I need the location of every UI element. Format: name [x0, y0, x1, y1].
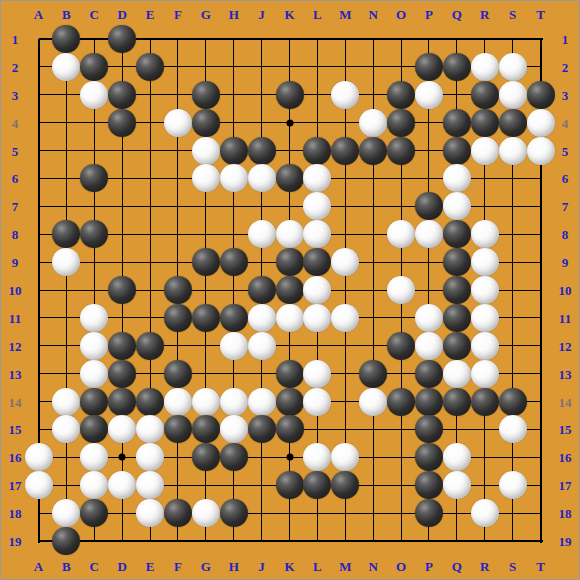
black-stone-D4 [108, 109, 136, 137]
black-stone-F10 [164, 276, 192, 304]
row-label-left-6: 6 [12, 172, 19, 185]
white-stone-G6 [192, 164, 220, 192]
black-stone-E12 [136, 332, 164, 360]
white-stone-H6 [220, 164, 248, 192]
black-stone-G16 [192, 443, 220, 471]
black-stone-D13 [108, 360, 136, 388]
white-stone-S3 [499, 81, 527, 109]
white-stone-D17 [108, 471, 136, 499]
row-label-left-4: 4 [12, 116, 19, 129]
row-label-left-13: 13 [9, 367, 22, 380]
white-stone-C16 [80, 443, 108, 471]
row-label-left-9: 9 [12, 256, 19, 269]
white-stone-B18 [52, 499, 80, 527]
white-stone-G18 [192, 499, 220, 527]
black-stone-K9 [276, 248, 304, 276]
col-label-top-D: D [117, 8, 126, 21]
black-stone-S14 [499, 388, 527, 416]
row-label-left-12: 12 [9, 339, 22, 352]
black-stone-O3 [387, 81, 415, 109]
white-stone-L8 [303, 220, 331, 248]
black-stone-B8 [52, 220, 80, 248]
white-stone-J8 [248, 220, 276, 248]
col-label-top-M: M [339, 8, 351, 21]
col-label-top-T: T [536, 8, 545, 21]
col-label-top-C: C [90, 8, 99, 21]
black-stone-D3 [108, 81, 136, 109]
row-label-left-7: 7 [12, 200, 19, 213]
col-label-bottom-H: H [229, 560, 239, 573]
col-label-bottom-C: C [90, 560, 99, 573]
black-stone-L5 [303, 137, 331, 165]
white-stone-R9 [471, 248, 499, 276]
white-stone-A17 [25, 471, 53, 499]
col-label-top-H: H [229, 8, 239, 21]
black-stone-Q14 [443, 388, 471, 416]
white-stone-P12 [415, 332, 443, 360]
black-stone-Q11 [443, 304, 471, 332]
white-stone-H14 [220, 388, 248, 416]
white-stone-N4 [359, 109, 387, 137]
black-stone-F15 [164, 415, 192, 443]
black-stone-C8 [80, 220, 108, 248]
white-stone-C11 [80, 304, 108, 332]
col-label-top-K: K [284, 8, 294, 21]
row-label-left-10: 10 [9, 284, 22, 297]
black-stone-D14 [108, 388, 136, 416]
black-stone-K3 [276, 81, 304, 109]
white-stone-O10 [387, 276, 415, 304]
white-stone-T5 [527, 137, 555, 165]
row-label-right-2: 2 [562, 60, 569, 73]
row-label-left-17: 17 [9, 479, 22, 492]
white-stone-H12 [220, 332, 248, 360]
white-stone-Q6 [443, 164, 471, 192]
black-stone-Q10 [443, 276, 471, 304]
col-label-bottom-J: J [258, 560, 265, 573]
row-label-right-18: 18 [559, 507, 572, 520]
row-label-left-14: 14 [9, 395, 22, 408]
white-stone-Q17 [443, 471, 471, 499]
black-stone-Q5 [443, 137, 471, 165]
col-label-top-P: P [425, 8, 433, 21]
white-stone-M3 [331, 81, 359, 109]
row-label-left-16: 16 [9, 451, 22, 464]
black-stone-G3 [192, 81, 220, 109]
row-label-right-5: 5 [562, 144, 569, 157]
white-stone-J12 [248, 332, 276, 360]
white-stone-C3 [80, 81, 108, 109]
black-stone-C6 [80, 164, 108, 192]
white-stone-L13 [303, 360, 331, 388]
white-stone-M11 [331, 304, 359, 332]
row-label-right-12: 12 [559, 339, 572, 352]
star-point-K16 [286, 454, 293, 461]
white-stone-H15 [220, 415, 248, 443]
grid-line-horizontal [39, 540, 543, 542]
black-stone-H11 [220, 304, 248, 332]
white-stone-E16 [136, 443, 164, 471]
white-stone-Q16 [443, 443, 471, 471]
black-stone-P7 [415, 192, 443, 220]
black-stone-R14 [471, 388, 499, 416]
black-stone-N5 [359, 137, 387, 165]
black-stone-J5 [248, 137, 276, 165]
grid-line-vertical [66, 39, 67, 542]
white-stone-R8 [471, 220, 499, 248]
col-label-top-N: N [368, 8, 377, 21]
col-label-top-G: G [201, 8, 211, 21]
white-stone-L11 [303, 304, 331, 332]
white-stone-L7 [303, 192, 331, 220]
col-label-bottom-F: F [174, 560, 182, 573]
black-stone-D1 [108, 25, 136, 53]
col-label-bottom-L: L [313, 560, 322, 573]
col-label-bottom-M: M [339, 560, 351, 573]
white-stone-F14 [164, 388, 192, 416]
black-stone-O5 [387, 137, 415, 165]
col-label-bottom-T: T [536, 560, 545, 573]
black-stone-B19 [52, 527, 80, 555]
black-stone-M17 [331, 471, 359, 499]
star-point-D16 [119, 454, 126, 461]
white-stone-P11 [415, 304, 443, 332]
row-label-left-5: 5 [12, 144, 19, 157]
white-stone-C12 [80, 332, 108, 360]
black-stone-H16 [220, 443, 248, 471]
white-stone-P3 [415, 81, 443, 109]
row-label-right-1: 1 [562, 33, 569, 46]
white-stone-L16 [303, 443, 331, 471]
black-stone-C2 [80, 53, 108, 81]
black-stone-D12 [108, 332, 136, 360]
white-stone-J14 [248, 388, 276, 416]
white-stone-Q7 [443, 192, 471, 220]
black-stone-G4 [192, 109, 220, 137]
col-label-top-F: F [174, 8, 182, 21]
white-stone-C13 [80, 360, 108, 388]
col-label-top-R: R [480, 8, 489, 21]
col-label-bottom-K: K [284, 560, 294, 573]
row-label-right-15: 15 [559, 423, 572, 436]
white-stone-D15 [108, 415, 136, 443]
white-stone-L6 [303, 164, 331, 192]
black-stone-C14 [80, 388, 108, 416]
black-stone-K10 [276, 276, 304, 304]
white-stone-E17 [136, 471, 164, 499]
white-stone-R13 [471, 360, 499, 388]
black-stone-R4 [471, 109, 499, 137]
col-label-bottom-B: B [62, 560, 71, 573]
col-label-bottom-N: N [368, 560, 377, 573]
black-stone-O14 [387, 388, 415, 416]
black-stone-C15 [80, 415, 108, 443]
black-stone-G15 [192, 415, 220, 443]
black-stone-R3 [471, 81, 499, 109]
white-stone-K8 [276, 220, 304, 248]
col-label-top-O: O [396, 8, 406, 21]
black-stone-P15 [415, 415, 443, 443]
col-label-top-B: B [62, 8, 71, 21]
row-label-right-11: 11 [559, 311, 571, 324]
white-stone-K11 [276, 304, 304, 332]
white-stone-M9 [331, 248, 359, 276]
row-label-right-9: 9 [562, 256, 569, 269]
black-stone-K17 [276, 471, 304, 499]
black-stone-D10 [108, 276, 136, 304]
white-stone-B9 [52, 248, 80, 276]
black-stone-G11 [192, 304, 220, 332]
white-stone-R2 [471, 53, 499, 81]
white-stone-G5 [192, 137, 220, 165]
col-label-bottom-D: D [117, 560, 126, 573]
row-label-right-14: 14 [559, 395, 572, 408]
white-stone-L14 [303, 388, 331, 416]
row-label-right-3: 3 [562, 88, 569, 101]
black-stone-L17 [303, 471, 331, 499]
white-stone-R18 [471, 499, 499, 527]
col-label-bottom-P: P [425, 560, 433, 573]
black-stone-Q12 [443, 332, 471, 360]
col-label-top-A: A [34, 8, 43, 21]
black-stone-Q2 [443, 53, 471, 81]
black-stone-C18 [80, 499, 108, 527]
col-label-bottom-R: R [480, 560, 489, 573]
white-stone-B15 [52, 415, 80, 443]
white-stone-G14 [192, 388, 220, 416]
white-stone-J6 [248, 164, 276, 192]
black-stone-G9 [192, 248, 220, 276]
black-stone-L9 [303, 248, 331, 276]
row-label-right-19: 19 [559, 535, 572, 548]
white-stone-Q13 [443, 360, 471, 388]
white-stone-N14 [359, 388, 387, 416]
col-label-bottom-Q: Q [452, 560, 462, 573]
black-stone-K6 [276, 164, 304, 192]
col-label-top-L: L [313, 8, 322, 21]
black-stone-K15 [276, 415, 304, 443]
row-label-right-16: 16 [559, 451, 572, 464]
black-stone-P16 [415, 443, 443, 471]
black-stone-K14 [276, 388, 304, 416]
col-label-bottom-G: G [201, 560, 211, 573]
row-label-right-4: 4 [562, 116, 569, 129]
white-stone-F4 [164, 109, 192, 137]
row-label-left-3: 3 [12, 88, 19, 101]
white-stone-S15 [499, 415, 527, 443]
col-label-top-Q: Q [452, 8, 462, 21]
black-stone-F13 [164, 360, 192, 388]
white-stone-M16 [331, 443, 359, 471]
row-label-left-8: 8 [12, 228, 19, 241]
black-stone-H5 [220, 137, 248, 165]
white-stone-S5 [499, 137, 527, 165]
white-stone-B14 [52, 388, 80, 416]
row-label-right-7: 7 [562, 200, 569, 213]
black-stone-Q4 [443, 109, 471, 137]
col-label-top-S: S [509, 8, 516, 21]
white-stone-R12 [471, 332, 499, 360]
row-label-left-11: 11 [9, 311, 21, 324]
black-stone-F18 [164, 499, 192, 527]
col-label-bottom-A: A [34, 560, 43, 573]
star-point-K4 [286, 119, 293, 126]
black-stone-P18 [415, 499, 443, 527]
col-label-top-E: E [146, 8, 155, 21]
row-label-left-15: 15 [9, 423, 22, 436]
white-stone-E18 [136, 499, 164, 527]
white-stone-P8 [415, 220, 443, 248]
row-label-right-8: 8 [562, 228, 569, 241]
row-label-left-2: 2 [12, 60, 19, 73]
black-stone-S4 [499, 109, 527, 137]
black-stone-T3 [527, 81, 555, 109]
black-stone-Q9 [443, 248, 471, 276]
white-stone-S2 [499, 53, 527, 81]
white-stone-B2 [52, 53, 80, 81]
row-label-right-10: 10 [559, 284, 572, 297]
white-stone-R10 [471, 276, 499, 304]
black-stone-O4 [387, 109, 415, 137]
black-stone-F11 [164, 304, 192, 332]
black-stone-H9 [220, 248, 248, 276]
row-label-left-18: 18 [9, 507, 22, 520]
row-label-right-6: 6 [562, 172, 569, 185]
white-stone-L10 [303, 276, 331, 304]
go-board-app: ABCDEFGHJKLMNOPQRST ABCDEFGHJKLMNOPQRST … [0, 0, 580, 580]
black-stone-E2 [136, 53, 164, 81]
col-label-bottom-S: S [509, 560, 516, 573]
white-stone-R11 [471, 304, 499, 332]
row-label-left-19: 19 [9, 535, 22, 548]
col-label-bottom-E: E [146, 560, 155, 573]
white-stone-A16 [25, 443, 53, 471]
col-label-top-J: J [258, 8, 265, 21]
white-stone-T4 [527, 109, 555, 137]
black-stone-P17 [415, 471, 443, 499]
black-stone-J15 [248, 415, 276, 443]
black-stone-K13 [276, 360, 304, 388]
white-stone-S17 [499, 471, 527, 499]
black-stone-Q8 [443, 220, 471, 248]
black-stone-M5 [331, 137, 359, 165]
white-stone-J11 [248, 304, 276, 332]
black-stone-H18 [220, 499, 248, 527]
row-label-right-17: 17 [559, 479, 572, 492]
black-stone-N13 [359, 360, 387, 388]
black-stone-P13 [415, 360, 443, 388]
black-stone-P14 [415, 388, 443, 416]
white-stone-R5 [471, 137, 499, 165]
white-stone-E15 [136, 415, 164, 443]
black-stone-P2 [415, 53, 443, 81]
col-label-bottom-O: O [396, 560, 406, 573]
row-label-left-1: 1 [12, 33, 19, 46]
black-stone-J10 [248, 276, 276, 304]
black-stone-O12 [387, 332, 415, 360]
white-stone-C17 [80, 471, 108, 499]
grid-line-horizontal [39, 513, 542, 514]
white-stone-O8 [387, 220, 415, 248]
black-stone-B1 [52, 25, 80, 53]
black-stone-E14 [136, 388, 164, 416]
row-label-right-13: 13 [559, 367, 572, 380]
